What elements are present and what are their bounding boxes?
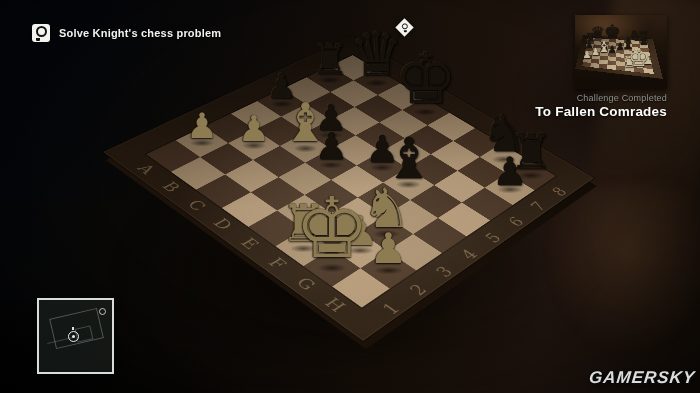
objective-icon-box [32, 24, 50, 42]
player-position-icon [68, 331, 79, 342]
thumbnail-chessboard [575, 35, 663, 79]
objective-label: Solve Knight's chess problem [59, 27, 221, 39]
challenge-panel: ♛♚♞♜♜♟♟♟♟♝♝♟♟♟♞♟♟♜♚ Challenge Completed … [535, 15, 667, 119]
lightbulb-diamond-icon [402, 23, 408, 32]
lightbulb-icon [36, 26, 47, 41]
challenge-title: To Fallen Comrades [535, 104, 667, 119]
challenge-status: Challenge Completed [535, 93, 667, 103]
minimap[interactable] [37, 298, 114, 374]
board-lighting-overlay [575, 35, 663, 79]
poi-icon [99, 308, 106, 315]
watermark-logo: GAMERSKY [588, 368, 696, 388]
player-direction-tick [72, 327, 74, 330]
challenge-thumbnail: ♛♚♞♜♜♟♟♟♟♝♝♟♟♟♞♟♟♜♚ [575, 15, 667, 89]
game-screenshot: ABCDEFGH12345678 ♜♛♟♚♟♟♟♝♞♟♟♜♝♟♞♜♟♚♟ Sol… [0, 0, 700, 393]
objective-banner[interactable]: Solve Knight's chess problem [32, 24, 221, 42]
